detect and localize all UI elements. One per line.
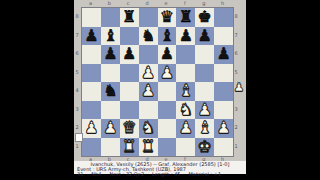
file-label-e: e xyxy=(157,0,176,6)
square-g4[interactable] xyxy=(195,82,214,101)
square-a6[interactable] xyxy=(82,45,101,64)
rank-label-6: 6 xyxy=(74,44,80,63)
square-e1[interactable] xyxy=(158,138,177,157)
white-pawn: ♟ xyxy=(101,119,120,138)
square-g8[interactable]: ♚ xyxy=(195,8,214,27)
white-pawn: ♟ xyxy=(195,101,214,120)
square-h6[interactable]: ♟ xyxy=(214,45,233,64)
white-rook: ♜ xyxy=(139,138,158,157)
square-a1[interactable] xyxy=(82,138,101,157)
square-c3[interactable] xyxy=(120,101,139,120)
square-f6[interactable] xyxy=(176,45,195,64)
square-e6[interactable]: ♟ xyxy=(158,45,177,64)
file-label-b: b xyxy=(100,0,119,6)
file-label-g: g xyxy=(194,0,213,6)
square-d5[interactable]: ♟ xyxy=(139,64,158,83)
white-pawn: ♟ xyxy=(139,64,158,83)
white-bishop: ♝ xyxy=(195,119,214,138)
file-label-d: d xyxy=(138,0,157,6)
square-a5[interactable] xyxy=(82,64,101,83)
black-knight: ♞ xyxy=(101,82,120,101)
square-f5[interactable] xyxy=(176,64,195,83)
black-pawn: ♟ xyxy=(195,27,214,46)
square-h2[interactable]: ♟ xyxy=(214,119,233,138)
white-knight: ♞ xyxy=(139,119,158,138)
square-c5[interactable] xyxy=(120,64,139,83)
white-bishop: ♝ xyxy=(176,82,195,101)
square-e3[interactable] xyxy=(158,101,177,120)
square-f3[interactable]: ♞ xyxy=(176,101,195,120)
file-label-a: a xyxy=(81,0,100,6)
square-a8[interactable] xyxy=(82,8,101,27)
square-b5[interactable] xyxy=(101,64,120,83)
black-pawn: ♟ xyxy=(158,45,177,64)
black-pawn: ♟ xyxy=(120,45,139,64)
thumbnail-stage: abcdefgh abcdefgh 87654321 87654321 ♜♛♜♚… xyxy=(0,0,320,180)
square-h3[interactable] xyxy=(214,101,233,120)
file-label-f: f xyxy=(175,0,194,6)
square-d1[interactable]: ♜ xyxy=(139,138,158,157)
square-f4[interactable]: ♝ xyxy=(176,82,195,101)
white-pawn: ♟ xyxy=(176,119,195,138)
white-king: ♚ xyxy=(195,138,214,157)
square-e7[interactable]: ♝ xyxy=(158,27,177,46)
square-g5[interactable] xyxy=(195,64,214,83)
file-label-c: c xyxy=(119,0,138,6)
file-label-h: h xyxy=(213,0,232,6)
square-h8[interactable] xyxy=(214,8,233,27)
square-f8[interactable]: ♜ xyxy=(176,8,195,27)
square-c6[interactable]: ♟ xyxy=(120,45,139,64)
black-bishop: ♝ xyxy=(101,27,120,46)
square-f1[interactable] xyxy=(176,138,195,157)
rank-label-5: 5 xyxy=(74,63,80,82)
square-b4[interactable]: ♞ xyxy=(101,82,120,101)
material-white-pawn-icon: ♟ xyxy=(232,78,246,96)
square-c7[interactable] xyxy=(120,27,139,46)
next-move: Next : 32.Qe2 xyxy=(109,172,144,177)
square-g3[interactable]: ♟ xyxy=(195,101,214,120)
square-h7[interactable] xyxy=(214,27,233,46)
square-d4[interactable]: ♟ xyxy=(139,82,158,101)
rank-label-8: 8 xyxy=(74,7,80,26)
white-pawn: ♟ xyxy=(82,119,101,138)
black-rook: ♜ xyxy=(120,8,139,27)
black-pawn: ♟ xyxy=(82,27,101,46)
square-g7[interactable]: ♟ xyxy=(195,27,214,46)
square-d3[interactable] xyxy=(139,101,158,120)
square-b1[interactable] xyxy=(101,138,120,157)
black-knight: ♞ xyxy=(139,27,158,46)
black-queen: ♛ xyxy=(158,8,177,27)
square-e8[interactable]: ♛ xyxy=(158,8,177,27)
rank-label-4: 4 xyxy=(74,81,80,100)
square-b6[interactable]: ♟ xyxy=(101,45,120,64)
game-caption: Ivanchuk, Vassily (2625) -- Graf, Alexan… xyxy=(74,161,246,174)
square-d6[interactable] xyxy=(139,45,158,64)
white-rook: ♜ xyxy=(120,138,139,157)
square-b7[interactable]: ♝ xyxy=(101,27,120,46)
black-bishop: ♝ xyxy=(158,27,177,46)
current-move: 31. ...Nb4 xyxy=(77,172,101,177)
rank-label-7: 7 xyxy=(74,26,80,45)
square-g2[interactable]: ♝ xyxy=(195,119,214,138)
square-c2[interactable]: ♛ xyxy=(120,119,139,138)
square-c4[interactable] xyxy=(120,82,139,101)
white-pawn: ♟ xyxy=(158,64,177,83)
square-e5[interactable]: ♟ xyxy=(158,64,177,83)
file-labels-top: abcdefgh xyxy=(81,0,232,6)
black-pawn: ♟ xyxy=(214,45,233,64)
square-e2[interactable] xyxy=(158,119,177,138)
white-knight: ♞ xyxy=(176,101,195,120)
square-b3[interactable] xyxy=(101,101,120,120)
square-f7[interactable]: ♟ xyxy=(176,27,195,46)
material-balance: Material : +1 xyxy=(189,172,222,177)
square-a4[interactable] xyxy=(82,82,101,101)
square-f2[interactable]: ♟ xyxy=(176,119,195,138)
square-c8[interactable]: ♜ xyxy=(120,8,139,27)
black-king: ♚ xyxy=(195,8,214,27)
square-a3[interactable] xyxy=(82,101,101,120)
square-a2[interactable]: ♟ xyxy=(82,119,101,138)
square-g6[interactable] xyxy=(195,45,214,64)
square-h4[interactable] xyxy=(214,82,233,101)
black-rook: ♜ xyxy=(176,8,195,27)
square-g1[interactable]: ♚ xyxy=(195,138,214,157)
square-b8[interactable] xyxy=(101,8,120,27)
square-d7[interactable]: ♞ xyxy=(139,27,158,46)
chess-widget-panel: abcdefgh abcdefgh 87654321 87654321 ♜♛♜♚… xyxy=(74,0,246,174)
white-pawn: ♟ xyxy=(139,82,158,101)
square-h5[interactable] xyxy=(214,64,233,83)
white-pawn: ♟ xyxy=(214,119,233,138)
black-pawn: ♟ xyxy=(101,45,120,64)
square-b2[interactable]: ♟ xyxy=(101,119,120,138)
rank-label-3: 3 xyxy=(74,100,80,119)
chess-board[interactable]: ♜♛♜♚♟♝♞♝♟♟♟♟♟♟♟♟♞♟♝♞♟♟♟♛♞♟♝♟♜♜♚ xyxy=(81,7,234,157)
black-pawn: ♟ xyxy=(176,27,195,46)
square-a7[interactable]: ♟ xyxy=(82,27,101,46)
game-length: Length : 45 xyxy=(152,172,180,177)
white-queen: ♛ xyxy=(120,119,139,138)
square-d8[interactable] xyxy=(139,8,158,27)
square-e4[interactable] xyxy=(158,82,177,101)
square-c1[interactable]: ♜ xyxy=(120,138,139,157)
square-h1[interactable] xyxy=(214,138,233,157)
side-to-move-indicator xyxy=(75,133,83,142)
status-line: 31. ...Nb4 Next : 32.Qe2 Length : 45 Mat… xyxy=(74,172,246,177)
square-d2[interactable]: ♞ xyxy=(139,119,158,138)
